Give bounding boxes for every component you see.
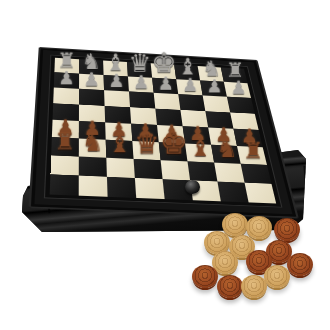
checker-light	[246, 216, 272, 239]
checker-dark	[287, 253, 313, 276]
checker-light	[222, 213, 248, 236]
checker-light	[264, 265, 290, 288]
checkers-cluster	[0, 0, 330, 330]
drawer-knob	[185, 180, 200, 194]
checker-dark	[192, 265, 218, 288]
checker-dark	[274, 218, 300, 241]
checker-dark	[217, 275, 243, 298]
product-photo: ♜♞♝♛♚♝♞♜♟♟♟♟♟♟♟♟♟♟♟♟♟♟♟♟♜♞♝♛♚♝♞♜	[0, 0, 330, 330]
checker-light	[241, 275, 267, 298]
